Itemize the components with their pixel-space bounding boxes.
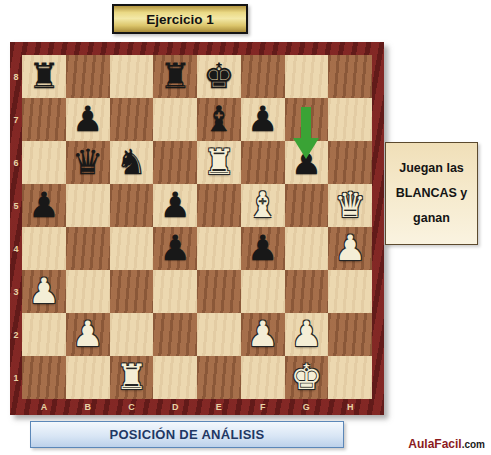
square-b6: ♛ — [66, 141, 110, 184]
square-e1 — [197, 356, 241, 399]
square-f6 — [241, 141, 285, 184]
black-pawn-f4: ♟ — [247, 231, 278, 266]
board-squares: ♜♜♚♟♝♟♛♞♜♟♟♟♝♛♟♟♟♟♟♟♟♜♚ — [22, 55, 372, 399]
square-f8 — [241, 55, 285, 98]
black-rook-d8: ♜ — [159, 59, 190, 94]
black-pawn-d4: ♟ — [159, 231, 190, 266]
black-pawn-b7: ♟ — [72, 102, 103, 137]
file-label-g: G — [285, 399, 329, 415]
square-f1 — [241, 356, 285, 399]
file-label-h: H — [328, 399, 372, 415]
square-e3 — [197, 270, 241, 313]
square-d4: ♟ — [153, 227, 197, 270]
square-c6: ♞ — [110, 141, 154, 184]
white-bishop-f5: ♝ — [247, 188, 278, 223]
brand-name: AulaFacil — [408, 437, 461, 451]
square-d6 — [153, 141, 197, 184]
info-line-2: BLANCAS y — [396, 181, 468, 206]
rank-label-8: 8 — [10, 55, 22, 98]
square-f2: ♟ — [241, 313, 285, 356]
info-line-1: Juegan las — [399, 156, 464, 181]
square-a4 — [22, 227, 66, 270]
square-b1 — [66, 356, 110, 399]
rank-label-4: 4 — [10, 227, 22, 270]
square-c2 — [110, 313, 154, 356]
square-h8 — [328, 55, 372, 98]
black-king-e8: ♚ — [203, 59, 234, 94]
analysis-banner: POSICIÓN DE ANÁLISIS — [30, 421, 344, 448]
white-pawn-f2: ♟ — [247, 317, 278, 352]
square-g6: ♟ — [285, 141, 329, 184]
black-queen-b6: ♛ — [72, 145, 103, 180]
black-pawn-g6: ♟ — [291, 145, 322, 180]
rank-label-5: 5 — [10, 184, 22, 227]
exercise-title: Ejercicio 1 — [146, 12, 214, 27]
square-e8: ♚ — [197, 55, 241, 98]
white-queen-h5: ♛ — [334, 188, 365, 223]
file-label-c: C — [110, 399, 154, 415]
exercise-title-box: Ejercicio 1 — [112, 4, 248, 34]
black-pawn-a5: ♟ — [28, 188, 59, 223]
square-d7 — [153, 98, 197, 141]
square-g5 — [285, 184, 329, 227]
square-b2: ♟ — [66, 313, 110, 356]
square-c8 — [110, 55, 154, 98]
square-e2 — [197, 313, 241, 356]
square-a6 — [22, 141, 66, 184]
square-h2 — [328, 313, 372, 356]
rank-label-7: 7 — [10, 98, 22, 141]
square-c4 — [110, 227, 154, 270]
black-pawn-f7: ♟ — [247, 102, 278, 137]
square-h5: ♛ — [328, 184, 372, 227]
square-f3 — [241, 270, 285, 313]
square-d5: ♟ — [153, 184, 197, 227]
file-label-e: E — [197, 399, 241, 415]
square-d1 — [153, 356, 197, 399]
square-h3 — [328, 270, 372, 313]
square-g8 — [285, 55, 329, 98]
white-rook-c1: ♜ — [116, 360, 147, 395]
square-g1: ♚ — [285, 356, 329, 399]
square-f7: ♟ — [241, 98, 285, 141]
file-label-d: D — [153, 399, 197, 415]
square-h1 — [328, 356, 372, 399]
square-b5 — [66, 184, 110, 227]
square-a5: ♟ — [22, 184, 66, 227]
square-c5 — [110, 184, 154, 227]
black-knight-c6: ♞ — [116, 145, 147, 180]
file-labels: ABCDEFGH — [22, 399, 372, 415]
info-line-3: ganan — [413, 206, 450, 231]
square-e4 — [197, 227, 241, 270]
square-g3 — [285, 270, 329, 313]
black-rook-a8: ♜ — [28, 59, 59, 94]
square-f5: ♝ — [241, 184, 285, 227]
brand-logo: AulaFacil.com — [408, 434, 485, 452]
rank-label-1: 1 — [10, 356, 22, 399]
square-b4 — [66, 227, 110, 270]
info-box: Juegan las BLANCAS y ganan — [385, 142, 478, 245]
file-label-f: F — [241, 399, 285, 415]
square-h7 — [328, 98, 372, 141]
rank-labels: 87654321 — [10, 55, 22, 399]
square-g4 — [285, 227, 329, 270]
white-pawn-g2: ♟ — [291, 317, 322, 352]
rank-label-6: 6 — [10, 141, 22, 184]
black-pawn-d5: ♟ — [159, 188, 190, 223]
square-b8 — [66, 55, 110, 98]
square-d8: ♜ — [153, 55, 197, 98]
white-pawn-h4: ♟ — [334, 231, 365, 266]
square-e6: ♜ — [197, 141, 241, 184]
square-b7: ♟ — [66, 98, 110, 141]
square-a1 — [22, 356, 66, 399]
square-h6 — [328, 141, 372, 184]
rank-label-3: 3 — [10, 270, 22, 313]
square-e7: ♝ — [197, 98, 241, 141]
chess-board-frame: 87654321 ♜♜♚♟♝♟♛♞♜♟♟♟♝♛♟♟♟♟♟♟♟♜♚ ABCDEFG… — [10, 42, 384, 415]
analysis-banner-label: POSICIÓN DE ANÁLISIS — [109, 427, 264, 442]
white-king-g1: ♚ — [291, 360, 322, 395]
square-h4: ♟ — [328, 227, 372, 270]
square-c3 — [110, 270, 154, 313]
square-c7 — [110, 98, 154, 141]
rank-label-2: 2 — [10, 313, 22, 356]
square-a7 — [22, 98, 66, 141]
square-g7 — [285, 98, 329, 141]
white-pawn-a3: ♟ — [28, 274, 59, 309]
square-a8: ♜ — [22, 55, 66, 98]
square-c1: ♜ — [110, 356, 154, 399]
square-b3 — [66, 270, 110, 313]
white-pawn-b2: ♟ — [72, 317, 103, 352]
square-g2: ♟ — [285, 313, 329, 356]
brand-tld: .com — [462, 439, 485, 450]
square-a3: ♟ — [22, 270, 66, 313]
square-d2 — [153, 313, 197, 356]
file-label-a: A — [22, 399, 66, 415]
square-f4: ♟ — [241, 227, 285, 270]
file-label-b: B — [66, 399, 110, 415]
square-e5 — [197, 184, 241, 227]
page-root: { "game": "chess", "position": { "fen": … — [0, 0, 491, 455]
white-rook-e6: ♜ — [203, 145, 234, 180]
square-a2 — [22, 313, 66, 356]
black-bishop-e7: ♝ — [203, 102, 234, 137]
square-d3 — [153, 270, 197, 313]
